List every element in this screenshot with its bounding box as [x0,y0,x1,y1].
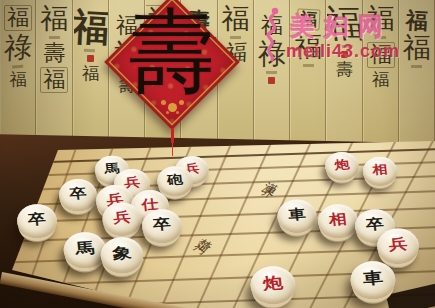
piece-character: 炮 [250,274,296,293]
xiangqi-piece-black[interactable]: 象 [101,237,144,273]
xiangqi-piece-red[interactable]: 兵 [377,228,419,263]
xiangqi-piece-red[interactable]: 相 [363,157,397,186]
xiangqi-photo-scene: 福祿福福壽福福福福福壽福福壽福福福福祿福福福壽福福福福福 漢界 楚河 壽 馬兵炮… [0,0,435,308]
xiangqi-piece-red[interactable]: 炮 [325,152,358,180]
watermark-site-name: 美妇网 [290,10,392,43]
piece-character: 車 [350,269,396,288]
piece-character: 兵 [376,236,419,253]
watermark-site-url: meili43.com [286,41,400,62]
watermark: 美妇网 meili43.com [258,4,433,66]
piece-character: 車 [277,206,318,222]
piece-character: 兵 [102,209,143,225]
xiangqi-piece-black[interactable]: 砲 [157,166,192,196]
xiangqi-piece-red[interactable]: 兵 [102,203,141,236]
xiangqi-piece-black[interactable]: 車 [351,261,396,299]
xiangqi-piece-black[interactable]: 卒 [17,204,57,238]
xiangqi-piece-red[interactable]: 炮 [251,266,296,304]
xiangqi-piece-black[interactable]: 車 [277,200,316,233]
piece-character: 象 [100,245,144,263]
piece-character: 相 [317,211,358,228]
piece-character: 卒 [16,211,57,228]
meili-logo-icon [260,6,286,62]
xiangqi-piece-red[interactable]: 相 [318,204,358,238]
xiangqi-piece-black[interactable]: 卒 [142,209,182,243]
piece-character: 相 [362,163,397,177]
piece-character: 砲 [157,172,194,187]
piece-character: 炮 [325,158,360,172]
xiangqi-piece-black[interactable]: 卒 [59,179,97,211]
piece-character: 卒 [141,216,182,233]
piece-character: 卒 [58,186,97,202]
